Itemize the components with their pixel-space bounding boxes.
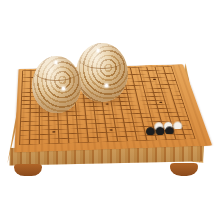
go-stone-bowl-right [76, 43, 128, 102]
board-cell [149, 109, 159, 113]
board-foot-right [170, 163, 198, 176]
board-cell [146, 96, 156, 100]
board-cell [132, 113, 142, 118]
board-cell [147, 140, 158, 145]
go-stone-bowl-left [32, 56, 81, 113]
board-cell [77, 128, 87, 133]
highlight-speck [97, 49, 99, 51]
board-cell [189, 120, 200, 125]
board-cell [59, 143, 69, 148]
highlight-speck [55, 61, 57, 63]
highlight-speck [105, 84, 108, 87]
highlight-speck [62, 87, 65, 90]
go-set-product-photo: ●●●●●● [0, 0, 214, 214]
board-cell [39, 144, 49, 149]
board-cell [88, 142, 98, 147]
board-cell [19, 144, 29, 149]
board-cell [29, 144, 39, 149]
black-stone: ● [164, 124, 175, 135]
board-cell [79, 142, 89, 147]
bowl-lid-seam [79, 48, 126, 69]
board-cell [127, 141, 138, 146]
board-foot-left [14, 164, 42, 176]
board-cell [49, 143, 59, 148]
board-cell [69, 143, 79, 148]
bowl-lid-seam [34, 61, 78, 81]
board-cell [39, 121, 48, 126]
board-cell [195, 138, 206, 143]
